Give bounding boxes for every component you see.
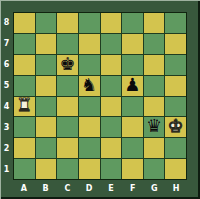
square-a6[interactable] xyxy=(14,55,35,75)
square-g5[interactable] xyxy=(144,76,165,96)
square-b4[interactable] xyxy=(36,97,57,117)
square-e6[interactable] xyxy=(101,55,122,75)
square-f2[interactable] xyxy=(122,138,143,158)
rank-label-7: 7 xyxy=(0,33,13,54)
square-d8[interactable] xyxy=(79,13,100,33)
square-g1[interactable] xyxy=(144,159,165,179)
rank-labels: 87654321 xyxy=(0,12,13,180)
rank-label-3: 3 xyxy=(0,117,13,138)
square-h3[interactable]: ♚ xyxy=(165,117,186,137)
square-c3[interactable] xyxy=(57,117,78,137)
chess-board: ♚♞♟♜♛♚ xyxy=(13,12,187,180)
piece-white-king[interactable]: ♚ xyxy=(168,117,184,135)
square-e4[interactable] xyxy=(101,97,122,117)
square-d2[interactable] xyxy=(79,138,100,158)
square-b3[interactable] xyxy=(36,117,57,137)
square-h6[interactable] xyxy=(165,55,186,75)
piece-black-pawn[interactable]: ♟ xyxy=(124,76,140,94)
square-b6[interactable] xyxy=(36,55,57,75)
square-b5[interactable] xyxy=(36,76,57,96)
rank-label-5: 5 xyxy=(0,75,13,96)
piece-black-king[interactable]: ♚ xyxy=(59,55,75,73)
file-label-f: F xyxy=(122,180,144,197)
file-label-d: D xyxy=(78,180,100,197)
square-b7[interactable] xyxy=(36,34,57,54)
rank-label-8: 8 xyxy=(0,12,13,33)
square-a4[interactable]: ♜ xyxy=(14,97,35,117)
square-c5[interactable] xyxy=(57,76,78,96)
square-e5[interactable] xyxy=(101,76,122,96)
square-f8[interactable] xyxy=(122,13,143,33)
file-label-g: G xyxy=(144,180,166,197)
file-label-e: E xyxy=(100,180,122,197)
square-c8[interactable] xyxy=(57,13,78,33)
square-d3[interactable] xyxy=(79,117,100,137)
square-h7[interactable] xyxy=(165,34,186,54)
square-d4[interactable] xyxy=(79,97,100,117)
square-d5[interactable]: ♞ xyxy=(79,76,100,96)
square-e2[interactable] xyxy=(101,138,122,158)
square-f3[interactable] xyxy=(122,117,143,137)
square-g6[interactable] xyxy=(144,55,165,75)
square-f4[interactable] xyxy=(122,97,143,117)
square-g2[interactable] xyxy=(144,138,165,158)
square-c4[interactable] xyxy=(57,97,78,117)
square-f5[interactable]: ♟ xyxy=(122,76,143,96)
square-c7[interactable] xyxy=(57,34,78,54)
square-e7[interactable] xyxy=(101,34,122,54)
square-g8[interactable] xyxy=(144,13,165,33)
square-f7[interactable] xyxy=(122,34,143,54)
square-a2[interactable] xyxy=(14,138,35,158)
square-e3[interactable] xyxy=(101,117,122,137)
file-label-a: A xyxy=(13,180,35,197)
rank-label-4: 4 xyxy=(0,96,13,117)
file-label-b: B xyxy=(35,180,57,197)
square-h5[interactable] xyxy=(165,76,186,96)
square-b1[interactable] xyxy=(36,159,57,179)
square-h4[interactable] xyxy=(165,97,186,117)
square-e1[interactable] xyxy=(101,159,122,179)
rank-label-6: 6 xyxy=(0,54,13,75)
chessboard-frame: 87654321 ♚♞♟♜♛♚ ABCDEFGH xyxy=(0,0,200,199)
square-a7[interactable] xyxy=(14,34,35,54)
rank-label-1: 1 xyxy=(0,159,13,180)
square-f1[interactable] xyxy=(122,159,143,179)
file-labels: ABCDEFGH xyxy=(13,180,187,197)
square-d7[interactable] xyxy=(79,34,100,54)
piece-black-knight[interactable]: ♞ xyxy=(81,76,97,94)
square-d1[interactable] xyxy=(79,159,100,179)
rank-label-2: 2 xyxy=(0,138,13,159)
square-g3[interactable]: ♛ xyxy=(144,117,165,137)
square-c2[interactable] xyxy=(57,138,78,158)
square-c1[interactable] xyxy=(57,159,78,179)
square-c6[interactable]: ♚ xyxy=(57,55,78,75)
square-h2[interactable] xyxy=(165,138,186,158)
square-a8[interactable] xyxy=(14,13,35,33)
square-f6[interactable] xyxy=(122,55,143,75)
square-a5[interactable] xyxy=(14,76,35,96)
square-g7[interactable] xyxy=(144,34,165,54)
square-h1[interactable] xyxy=(165,159,186,179)
square-a3[interactable] xyxy=(14,117,35,137)
piece-white-rook[interactable]: ♜ xyxy=(16,97,32,115)
square-a1[interactable] xyxy=(14,159,35,179)
piece-black-queen[interactable]: ♛ xyxy=(146,117,162,135)
square-b2[interactable] xyxy=(36,138,57,158)
file-label-h: H xyxy=(165,180,187,197)
square-b8[interactable] xyxy=(36,13,57,33)
file-label-c: C xyxy=(57,180,79,197)
square-e8[interactable] xyxy=(101,13,122,33)
square-d6[interactable] xyxy=(79,55,100,75)
square-h8[interactable] xyxy=(165,13,186,33)
square-g4[interactable] xyxy=(144,97,165,117)
